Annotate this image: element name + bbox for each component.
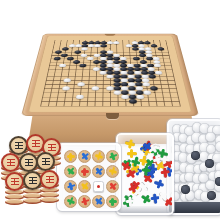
- go-stone-white: [77, 82, 84, 86]
- flying-chess-disc: [78, 165, 91, 178]
- go-stone-white: [126, 44, 132, 47]
- stones-box-tray: [169, 202, 220, 213]
- go-stone-white: [94, 44, 100, 47]
- xiangqi-character: [7, 159, 15, 160]
- go-stone-black: [133, 57, 140, 60]
- go-stone-black: [144, 41, 150, 44]
- loose-dark-stone: [207, 191, 216, 200]
- plane-pawn: [126, 169, 136, 177]
- white-go-stones-box: [167, 119, 220, 215]
- go-stone-black: [132, 47, 138, 50]
- plane-icon: [95, 198, 103, 205]
- xiangqi-piece-side: [5, 199, 24, 205]
- go-stone-white: [114, 91, 121, 95]
- plane-icon: [109, 200, 117, 203]
- die: [93, 181, 104, 192]
- go-stone-black: [149, 75, 156, 79]
- go-stone-black: [151, 44, 157, 47]
- loose-dark-stone: [191, 151, 200, 160]
- flying-chess-disc: [106, 195, 119, 208]
- go-stone-white: [100, 71, 107, 75]
- go-stone-white: [93, 67, 100, 70]
- go-stone-white: [64, 78, 71, 82]
- plane-icon: [95, 168, 102, 176]
- planes-box-inner-rim: [118, 206, 172, 213]
- go-stone-black: [93, 60, 100, 63]
- go-stone-black: [61, 54, 68, 57]
- plane-icon: [67, 155, 75, 158]
- plane-icon: [108, 169, 116, 174]
- plane-pawn: [158, 192, 167, 202]
- flying-chess-disc: [78, 195, 91, 208]
- xiangqi-piece: [40, 170, 59, 189]
- go-stone-black: [75, 51, 81, 54]
- go-stone-white: [107, 41, 113, 44]
- go-stone-black: [80, 64, 87, 67]
- xiangqi-piece: [5, 172, 24, 191]
- loose-dark-stone: [181, 185, 190, 194]
- loose-white-stone: [215, 141, 220, 152]
- product-photo-scene: [0, 0, 220, 220]
- xiangqi-character: [48, 144, 56, 145]
- flying-chess-disc: [92, 195, 105, 208]
- plane-pawn: [127, 152, 137, 155]
- plane-icon: [67, 168, 75, 175]
- go-stone-white: [59, 64, 66, 67]
- go-stone-white: [87, 57, 93, 60]
- plane-icon: [68, 182, 73, 190]
- go-stone-white: [142, 82, 149, 86]
- go-stone-black: [158, 47, 165, 50]
- go-stone-white: [121, 95, 128, 99]
- loose-dark-stone: [205, 159, 214, 168]
- flying-chess-disc: [106, 165, 119, 178]
- go-stone-white: [81, 47, 87, 50]
- go-stone-black: [54, 57, 61, 60]
- xiangqi-piece-side: [40, 197, 59, 203]
- go-stone-white: [106, 86, 113, 90]
- flying-chess-disc: [92, 150, 105, 163]
- xiangqi-character: [11, 178, 19, 179]
- go-stone-white: [76, 95, 84, 99]
- flying-chess-disc: [78, 180, 91, 193]
- plastic-plane-pawns-box: [116, 133, 174, 215]
- wooden-flying-chess-discs-box: [57, 143, 121, 211]
- go-stone-black: [67, 57, 74, 60]
- flying-chess-disc: [78, 150, 91, 163]
- plane-pawn: [154, 180, 165, 186]
- flying-chess-disc: [106, 180, 119, 193]
- go-stone-black: [73, 60, 80, 63]
- plane-pawn: [163, 168, 167, 178]
- go-stone-black: [101, 44, 107, 47]
- xiangqi-piece: [1, 153, 20, 172]
- xiangqi-character: [32, 140, 40, 141]
- xiangqi-stack: [5, 172, 24, 213]
- go-stone-white: [107, 75, 114, 79]
- plane-icon: [94, 154, 102, 159]
- go-stone-white: [143, 91, 151, 95]
- plane-icon: [110, 152, 115, 160]
- go-stone-black: [62, 47, 69, 50]
- plane-pawn: [124, 141, 135, 147]
- go-stone-white: [155, 71, 162, 75]
- go-stone-black: [150, 86, 158, 90]
- xiangqi-piece: [36, 152, 55, 171]
- plane-pawn: [153, 193, 158, 203]
- go-stone-white: [88, 44, 94, 47]
- go-stone-white: [113, 41, 119, 44]
- plane-pawn: [157, 151, 168, 157]
- go-board-surface: [28, 36, 192, 112]
- go-board: [21, 34, 199, 116]
- go-stone-white: [136, 95, 144, 99]
- go-stone-black: [55, 51, 62, 54]
- loose-dark-stone: [215, 177, 220, 186]
- plane-icon: [82, 197, 87, 205]
- plane-pawn: [144, 166, 148, 176]
- go-stone-white: [94, 54, 100, 57]
- plane-icon: [81, 183, 89, 190]
- flying-chess-disc: [92, 165, 105, 178]
- xiangqi-character: [46, 176, 54, 177]
- go-stone-white: [75, 44, 81, 47]
- plane-icon: [81, 170, 89, 173]
- go-stone-white: [92, 86, 99, 90]
- drawer-pull-notch: [106, 113, 119, 119]
- xiangqi-character: [29, 177, 37, 178]
- go-stone-black: [129, 99, 137, 103]
- flying-chess-disc: [106, 150, 119, 163]
- go-stone-white: [154, 64, 161, 67]
- plane-icon: [66, 199, 74, 204]
- plane-icon: [81, 153, 88, 161]
- plane-icon: [109, 183, 116, 191]
- xiangqi-piece-stacks: [0, 134, 66, 218]
- xiangqi-character: [25, 159, 33, 160]
- go-stone-white: [81, 54, 87, 57]
- xiangqi-character: [15, 142, 23, 143]
- xiangqi-stack: [40, 170, 59, 211]
- go-stone-white: [62, 86, 70, 90]
- xiangqi-character: [42, 158, 50, 159]
